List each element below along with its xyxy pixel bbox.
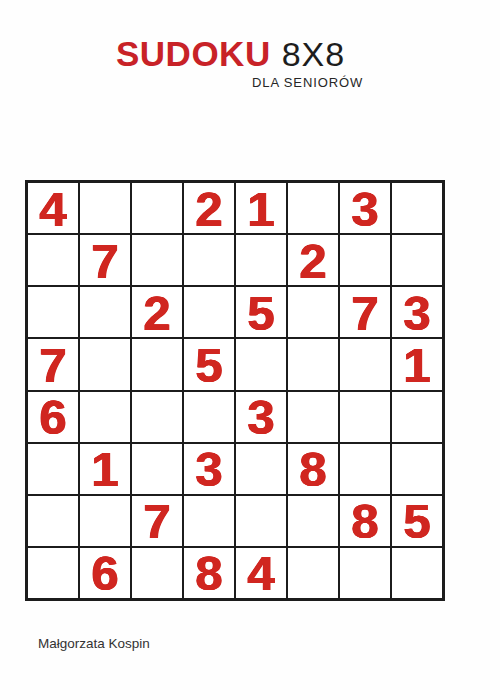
given-digit: 7: [91, 237, 118, 286]
grid-cell-r8c2: 6: [80, 548, 130, 598]
grid-cell-r6c2: 1: [80, 444, 130, 494]
given-digit: 7: [351, 289, 378, 338]
grid-cell-r3c2: [80, 287, 130, 337]
grid-cell-r6c7: [340, 444, 390, 494]
grid-cell-r4c1: 7: [28, 339, 78, 389]
grid-cell-r4c5: [236, 339, 286, 389]
given-digit: 1: [91, 445, 118, 494]
puzzle-page: SUDOKU 8X8 DLA SENIORÓW 4213722573751631…: [0, 0, 500, 700]
grid-cell-r6c6: 8: [288, 444, 338, 494]
sudoku-grid: 421372257375163138785684: [25, 180, 445, 601]
grid-cell-r1c7: 3: [340, 183, 390, 233]
grid-cell-r1c5: 1: [236, 183, 286, 233]
grid-cell-r8c4: 8: [184, 548, 234, 598]
title-grid-size: 8X8: [282, 37, 346, 71]
given-digit: 4: [39, 185, 66, 234]
grid-cell-r8c7: [340, 548, 390, 598]
page-title: SUDOKU 8X8: [116, 36, 345, 71]
grid-cell-r6c3: [132, 444, 182, 494]
grid-cell-r2c7: [340, 235, 390, 285]
grid-cell-r4c2: [80, 339, 130, 389]
grid-cell-r5c5: 3: [236, 392, 286, 442]
title-sudoku: SUDOKU: [116, 36, 271, 71]
grid-cell-r2c8: [392, 235, 442, 285]
subtitle-dla-seniorow: DLA SENIORÓW: [252, 76, 363, 89]
grid-cell-r6c5: [236, 444, 286, 494]
grid-cell-r3c8: 3: [392, 287, 442, 337]
given-digit: 8: [195, 549, 222, 598]
given-digit: 2: [195, 185, 222, 234]
grid-cell-r7c4: [184, 496, 234, 546]
given-digit: 2: [143, 289, 170, 338]
grid-cell-r8c6: [288, 548, 338, 598]
given-digit: 1: [247, 185, 274, 234]
given-digit: 7: [143, 497, 170, 546]
grid-cell-r7c6: [288, 496, 338, 546]
given-digit: 3: [247, 393, 274, 442]
grid-cell-r4c6: [288, 339, 338, 389]
grid-cell-r7c2: [80, 496, 130, 546]
grid-cell-r4c8: 1: [392, 339, 442, 389]
grid-cell-r8c1: [28, 548, 78, 598]
grid-cell-r1c4: 2: [184, 183, 234, 233]
grid-cell-r3c7: 7: [340, 287, 390, 337]
grid-cell-r5c6: [288, 392, 338, 442]
grid-cell-r1c2: [80, 183, 130, 233]
given-digit: 7: [39, 341, 66, 390]
grid-cell-r8c3: [132, 548, 182, 598]
grid-cell-r1c3: [132, 183, 182, 233]
given-digit: 3: [351, 185, 378, 234]
grid-cell-r2c5: [236, 235, 286, 285]
grid-cell-r3c5: 5: [236, 287, 286, 337]
grid-cell-r5c7: [340, 392, 390, 442]
grid-cell-r2c2: 7: [80, 235, 130, 285]
given-digit: 3: [403, 289, 430, 338]
grid-cell-r1c1: 4: [28, 183, 78, 233]
grid-cell-r5c4: [184, 392, 234, 442]
grid-cell-r3c4: [184, 287, 234, 337]
given-digit: 8: [351, 497, 378, 546]
grid-cell-r7c3: 7: [132, 496, 182, 546]
given-digit: 5: [247, 289, 274, 338]
grid-cell-r7c8: 5: [392, 496, 442, 546]
given-digit: 1: [403, 341, 430, 390]
grid-cell-r8c8: [392, 548, 442, 598]
grid-cell-r6c4: 3: [184, 444, 234, 494]
grid-cell-r5c3: [132, 392, 182, 442]
given-digit: 6: [91, 549, 118, 598]
grid-cell-r3c1: [28, 287, 78, 337]
grid-cell-r3c3: 2: [132, 287, 182, 337]
grid-cell-r6c1: [28, 444, 78, 494]
grid-cell-r8c5: 4: [236, 548, 286, 598]
given-digit: 6: [39, 393, 66, 442]
grid-cell-r2c3: [132, 235, 182, 285]
author-credit: Małgorzata Kospin: [38, 636, 150, 652]
grid-cell-r1c6: [288, 183, 338, 233]
given-digit: 2: [299, 237, 326, 286]
grid-cell-r6c8: [392, 444, 442, 494]
given-digit: 5: [195, 341, 222, 390]
grid-cell-r5c2: [80, 392, 130, 442]
grid-cell-r4c7: [340, 339, 390, 389]
grid-cell-r3c6: [288, 287, 338, 337]
grid-cell-r4c3: [132, 339, 182, 389]
grid-cell-r4c4: 5: [184, 339, 234, 389]
grid-cell-r7c1: [28, 496, 78, 546]
grid-cell-r5c8: [392, 392, 442, 442]
given-digit: 5: [403, 497, 430, 546]
grid-cell-r2c1: [28, 235, 78, 285]
given-digit: 3: [195, 445, 222, 494]
grid-cell-r7c5: [236, 496, 286, 546]
grid-cell-r7c7: 8: [340, 496, 390, 546]
grid-cell-r1c8: [392, 183, 442, 233]
grid-cell-r2c6: 2: [288, 235, 338, 285]
grid-cell-r5c1: 6: [28, 392, 78, 442]
given-digit: 8: [299, 445, 326, 494]
given-digit: 4: [247, 549, 274, 598]
grid-cell-r2c4: [184, 235, 234, 285]
